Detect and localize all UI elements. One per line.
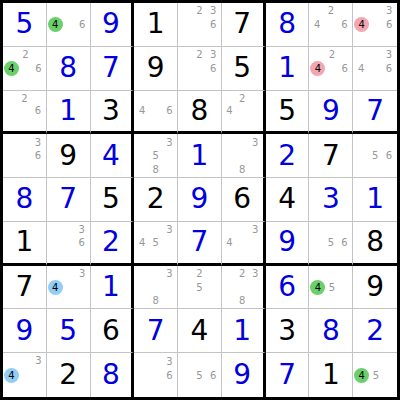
candidate-slot-9	[75, 249, 89, 262]
candidate-slot-8	[18, 117, 32, 130]
candidate-slot-7	[48, 295, 63, 308]
candidate-5: 5	[149, 236, 163, 249]
solved-digit: 1	[278, 54, 296, 82]
candidate-slot-1	[135, 223, 149, 236]
cell-r4c6[interactable]: 38	[222, 134, 266, 178]
candidate-slot-1	[223, 135, 236, 149]
candidate-6: 6	[338, 236, 352, 249]
candidate-4: 4	[310, 18, 324, 32]
solved-digit: 5	[59, 317, 77, 345]
given-digit: 1	[322, 361, 340, 389]
candidate-slot-4: 4	[354, 17, 369, 32]
candidate-6: 6	[382, 61, 396, 75]
candidate-6: 6	[75, 236, 89, 249]
candidate-slot-8	[368, 75, 382, 89]
given-digit: 2	[59, 361, 77, 389]
candidate-slot-9	[206, 75, 220, 89]
solved-digit: 9	[322, 97, 340, 125]
candidate-6: 6	[163, 104, 177, 117]
candidate-slot-2	[19, 354, 32, 367]
solved-digit: 2	[102, 228, 120, 256]
solved-digit: 9	[15, 317, 33, 345]
candidate-slot-2	[324, 223, 338, 236]
solved-digit: 3	[322, 185, 340, 213]
cell-r4c8[interactable]: 7	[309, 134, 353, 178]
cell-r2c4[interactable]: 9	[134, 47, 178, 91]
cell-r5c1[interactable]: 8	[3, 178, 47, 222]
candidate-slot-7	[354, 32, 369, 45]
cell-r8c3[interactable]: 6	[91, 309, 135, 353]
candidate-slot-8	[63, 295, 76, 308]
candidate-highlight-red[interactable]: 4	[310, 61, 325, 76]
candidate-slot-1	[48, 267, 63, 280]
candidate-slot-9	[32, 76, 45, 89]
candidate-slot-5	[149, 104, 163, 117]
candidate-5: 5	[368, 149, 382, 163]
cell-r8c2[interactable]: 5	[47, 309, 91, 353]
cell-r3c9[interactable]: 7	[353, 91, 397, 135]
solved-digit: 8	[322, 317, 340, 345]
given-digit: 7	[322, 142, 340, 170]
candidate-slot-1	[354, 354, 369, 367]
cell-r3c8[interactable]: 9	[309, 91, 353, 135]
candidate-2: 2	[325, 48, 338, 61]
solved-digit: 6	[278, 273, 296, 301]
candidate-slot-2	[369, 354, 382, 367]
candidate-grid: 45	[310, 267, 351, 308]
candidate-slot-8	[149, 249, 163, 262]
candidate-slot-3	[338, 223, 352, 236]
candidate-slot-4	[223, 149, 236, 163]
cell-r4c5[interactable]: 1	[178, 134, 222, 178]
cell-r1c7[interactable]: 8	[266, 3, 310, 47]
candidate-slot-9	[338, 295, 351, 308]
candidate-slot-8	[149, 382, 163, 396]
candidate-grid: 46	[135, 92, 176, 131]
candidate-slot-5	[18, 149, 32, 163]
candidate-slot-1	[4, 92, 18, 105]
candidate-slot-8	[193, 382, 207, 396]
candidate-slot-7	[135, 249, 149, 262]
candidate-3: 3	[32, 354, 45, 367]
cell-r3c2[interactable]: 1	[47, 91, 91, 135]
given-digit: 7	[15, 273, 33, 301]
candidate-slot-1	[135, 267, 149, 281]
candidate-slot-6	[32, 368, 45, 383]
candidate-slot-1	[179, 48, 193, 62]
cell-r7c5[interactable]: 25	[178, 266, 222, 310]
candidate-slot-9	[32, 383, 45, 396]
cell-r6c9[interactable]: 8	[353, 222, 397, 266]
cell-r6c2[interactable]: 36	[47, 222, 91, 266]
candidate-slot-7	[135, 294, 149, 308]
cell-r9c9[interactable]: 45	[353, 353, 397, 397]
cell-r4c3[interactable]: 4	[91, 134, 135, 178]
candidate-slot-4: 4	[310, 280, 325, 295]
cell-r8c8[interactable]: 8	[309, 309, 353, 353]
candidate-6: 6	[31, 104, 45, 117]
candidate-slot-8	[61, 249, 75, 262]
candidate-slot-2	[149, 267, 163, 281]
cell-r2c9[interactable]: 346	[353, 47, 397, 91]
cell-r1c5[interactable]: 236	[178, 3, 222, 47]
solved-digit: 7	[191, 228, 209, 256]
candidate-slot-4: 4	[310, 61, 325, 76]
cell-r7c4[interactable]: 38	[134, 266, 178, 310]
candidate-slot-9	[206, 31, 220, 45]
candidate-slot-1	[310, 48, 325, 61]
cell-r5c4[interactable]: 2	[134, 178, 178, 222]
candidate-slot-1	[310, 267, 325, 280]
cell-r6c7[interactable]: 9	[266, 222, 310, 266]
candidate-slot-7	[179, 382, 193, 396]
candidate-slot-5	[325, 61, 338, 76]
candidate-grid: 56	[354, 135, 396, 176]
candidate-slot-3	[206, 267, 220, 281]
candidate-slot-9	[382, 163, 396, 177]
candidate-grid: 36	[48, 223, 89, 262]
cell-r9c6[interactable]: 9	[222, 353, 266, 397]
candidate-3: 3	[76, 267, 89, 280]
cell-r7c9[interactable]: 9	[353, 266, 397, 310]
candidate-grid: 36	[135, 354, 176, 396]
candidate-slot-4	[179, 280, 193, 294]
candidate-slot-3	[76, 4, 89, 17]
candidate-3: 3	[206, 48, 220, 62]
candidate-6: 6	[383, 17, 396, 32]
candidate-slot-1	[135, 92, 149, 105]
candidate-slot-8	[63, 32, 76, 45]
candidate-slot-1	[4, 354, 19, 367]
candidate-3: 3	[31, 135, 45, 149]
cell-r9c5[interactable]: 56	[178, 353, 222, 397]
candidate-grid: 236	[179, 48, 220, 89]
cell-r9c7[interactable]: 7	[266, 353, 310, 397]
candidate-grid: 346	[354, 4, 396, 45]
candidate-4: 4	[135, 104, 149, 117]
candidate-6: 6	[206, 61, 220, 75]
candidate-slot-6	[383, 368, 396, 383]
cell-r3c5[interactable]: 8	[178, 91, 222, 135]
candidate-slot-9	[338, 31, 352, 45]
cell-r4c7[interactable]: 2	[266, 134, 310, 178]
cell-r6c8[interactable]: 56	[309, 222, 353, 266]
candidate-6: 6	[382, 149, 396, 163]
candidate-grid: 246	[310, 48, 351, 89]
cell-r9c1[interactable]: 34	[3, 353, 47, 397]
candidate-slot-2	[149, 135, 163, 149]
solved-digit: 7	[147, 317, 165, 345]
candidate-2: 2	[193, 4, 207, 18]
candidate-slot-8	[325, 76, 338, 89]
cell-r2c8[interactable]: 246	[309, 47, 353, 91]
solved-digit: 7	[366, 97, 384, 125]
cell-r2c6[interactable]: 5	[222, 47, 266, 91]
candidate-3: 3	[249, 223, 262, 236]
candidate-slot-1	[354, 135, 368, 149]
candidate-slot-1	[354, 4, 369, 17]
candidate-slot-5	[324, 18, 338, 32]
cell-r5c2[interactable]: 7	[47, 178, 91, 222]
candidate-slot-5	[19, 368, 32, 383]
candidate-6: 6	[31, 149, 45, 163]
candidate-slot-7	[310, 76, 325, 89]
candidate-2: 2	[193, 48, 207, 62]
given-digit: 5	[278, 97, 296, 125]
candidate-slot-1	[354, 48, 368, 62]
cell-r2c1[interactable]: 246	[3, 47, 47, 91]
candidate-grid: 238	[223, 267, 262, 308]
cell-r7c7[interactable]: 6	[266, 266, 310, 310]
cell-r3c4[interactable]: 46	[134, 91, 178, 135]
candidate-slot-9	[163, 163, 177, 177]
candidate-slot-6	[249, 236, 262, 249]
candidate-slot-4: 4	[354, 368, 369, 383]
candidate-slot-2	[63, 267, 76, 280]
candidate-slot-4	[179, 368, 193, 382]
candidate-grid: 26	[4, 92, 45, 131]
candidate-slot-9	[31, 163, 45, 177]
candidate-slot-6	[249, 280, 262, 294]
candidate-slot-2	[369, 4, 382, 17]
candidate-3: 3	[206, 4, 220, 18]
cell-r1c6[interactable]: 7	[222, 3, 266, 47]
candidate-highlight-blue[interactable]: 4	[4, 368, 19, 383]
candidate-8: 8	[149, 163, 163, 177]
solved-digit: 7	[102, 54, 120, 82]
solved-digit: 4	[102, 142, 120, 170]
candidate-slot-2	[236, 223, 249, 236]
cell-r6c3[interactable]: 2	[91, 222, 135, 266]
candidate-slot-9	[206, 382, 220, 396]
candidate-slot-7	[4, 383, 19, 396]
solved-digit: 8	[15, 185, 33, 213]
cell-r5c8[interactable]: 3	[309, 178, 353, 222]
cell-r1c8[interactable]: 246	[309, 3, 353, 47]
candidate-slot-5	[61, 236, 75, 249]
candidate-slot-7	[310, 295, 325, 308]
given-digit: 9	[366, 273, 384, 301]
cell-r6c4[interactable]: 345	[134, 222, 178, 266]
candidate-slot-7	[223, 294, 236, 308]
cell-r8c7[interactable]: 3	[266, 309, 310, 353]
candidate-highlight-green[interactable]: 4	[48, 17, 63, 32]
given-digit: 1	[15, 228, 33, 256]
cell-r5c9[interactable]: 1	[353, 178, 397, 222]
given-digit: 8	[191, 97, 209, 125]
candidate-slot-8	[193, 294, 207, 308]
cell-r9c8[interactable]: 1	[309, 353, 353, 397]
solved-digit: 2	[278, 142, 296, 170]
candidate-slot-3	[383, 354, 396, 367]
candidate-slot-9	[249, 249, 262, 262]
candidate-3: 3	[163, 223, 177, 236]
candidate-2: 2	[19, 48, 32, 61]
cell-r1c4[interactable]: 1	[134, 3, 178, 47]
given-digit: 4	[191, 317, 209, 345]
candidate-slot-7	[135, 117, 149, 130]
candidate-slot-7	[354, 75, 368, 89]
candidate-2: 2	[324, 4, 338, 18]
cell-r1c2[interactable]: 46	[47, 3, 91, 47]
cell-r5c3[interactable]: 5	[91, 178, 135, 222]
candidate-slot-7	[179, 75, 193, 89]
cell-r6c1[interactable]: 1	[3, 222, 47, 266]
solved-digit: 1	[366, 185, 384, 213]
candidate-8: 8	[236, 294, 249, 308]
solved-digit: 5	[15, 10, 33, 38]
candidate-slot-8	[19, 76, 32, 89]
solved-digit: 9	[233, 361, 251, 389]
cell-r2c2[interactable]: 8	[47, 47, 91, 91]
candidate-slot-7	[223, 249, 236, 262]
cell-r3c6[interactable]: 24	[222, 91, 266, 135]
cell-r5c6[interactable]: 6	[222, 178, 266, 222]
candidate-slot-8	[149, 117, 163, 130]
candidate-grid: 25	[179, 267, 220, 308]
cell-r2c5[interactable]: 236	[178, 47, 222, 91]
candidate-slot-4	[179, 18, 193, 32]
candidate-slot-5	[63, 17, 76, 32]
candidate-2: 2	[236, 267, 249, 281]
cell-r7c1[interactable]: 7	[3, 266, 47, 310]
candidate-slot-1	[48, 4, 63, 17]
cell-r7c3[interactable]: 1	[91, 266, 135, 310]
cell-r5c5[interactable]: 9	[178, 178, 222, 222]
cell-r7c2[interactable]: 34	[47, 266, 91, 310]
candidate-slot-5	[236, 149, 249, 163]
candidate-highlight-blue[interactable]: 4	[48, 280, 63, 295]
candidate-slot-3	[338, 267, 351, 280]
solved-digit: 7	[278, 361, 296, 389]
cell-r8c9[interactable]: 2	[353, 309, 397, 353]
candidate-8: 8	[236, 163, 249, 177]
cell-r8c5[interactable]: 4	[178, 309, 222, 353]
candidate-grid: 236	[179, 4, 220, 45]
candidate-slot-8	[369, 383, 382, 396]
candidate-slot-5	[236, 236, 249, 249]
candidate-highlight-green[interactable]: 4	[354, 368, 369, 383]
given-digit: 9	[59, 142, 77, 170]
cell-r1c3[interactable]: 9	[91, 3, 135, 47]
cell-r1c9[interactable]: 346	[353, 3, 397, 47]
cell-r3c7[interactable]: 5	[266, 91, 310, 135]
candidate-slot-9	[383, 383, 396, 396]
candidate-slot-3	[32, 48, 45, 61]
candidate-slot-6	[249, 104, 262, 117]
cell-r4c2[interactable]: 9	[47, 134, 91, 178]
candidate-slot-7	[354, 383, 369, 396]
candidate-slot-3	[206, 354, 220, 368]
candidate-slot-8	[193, 75, 207, 89]
cell-r1c1[interactable]: 5	[3, 3, 47, 47]
candidate-slot-4: 4	[48, 280, 63, 295]
candidate-slot-2	[63, 4, 76, 17]
candidate-slot-1	[179, 354, 193, 368]
candidate-slot-4: 4	[4, 61, 19, 76]
candidate-3: 3	[163, 135, 177, 149]
candidate-slot-5	[193, 18, 207, 32]
candidate-slot-4	[135, 149, 149, 163]
cell-r6c6[interactable]: 34	[222, 222, 266, 266]
cell-r7c6[interactable]: 238	[222, 266, 266, 310]
given-digit: 8	[366, 228, 384, 256]
candidate-slot-1	[223, 92, 236, 105]
candidate-slot-9	[383, 32, 396, 45]
cell-r2c3[interactable]: 7	[91, 47, 135, 91]
candidate-grid: 246	[4, 48, 45, 89]
candidate-grid: 36	[4, 135, 45, 176]
candidate-3: 3	[163, 267, 177, 281]
cell-r3c3[interactable]: 3	[91, 91, 135, 135]
candidate-highlight-green[interactable]: 4	[4, 61, 19, 76]
cell-r9c2[interactable]: 2	[47, 353, 91, 397]
given-digit: 6	[233, 185, 251, 213]
candidate-slot-9	[206, 294, 220, 308]
candidate-6: 6	[206, 18, 220, 32]
candidate-grid: 34	[223, 223, 262, 262]
candidate-2: 2	[193, 267, 207, 281]
cell-r4c1[interactable]: 36	[3, 134, 47, 178]
candidate-6: 6	[338, 18, 352, 32]
cell-r8c1[interactable]: 9	[3, 309, 47, 353]
candidate-slot-9	[338, 76, 351, 89]
candidate-3: 3	[249, 135, 262, 149]
candidate-slot-8	[236, 249, 249, 262]
cell-r3c1[interactable]: 26	[3, 91, 47, 135]
candidate-3: 3	[75, 223, 89, 236]
cell-r5c7[interactable]: 4	[266, 178, 310, 222]
candidate-6: 6	[163, 368, 177, 382]
candidate-slot-9	[31, 117, 45, 130]
candidate-slot-1	[179, 267, 193, 281]
cell-r9c3[interactable]: 8	[91, 353, 135, 397]
cell-r9c4[interactable]: 36	[134, 353, 178, 397]
given-digit: 2	[147, 185, 165, 213]
candidate-3: 3	[163, 354, 177, 368]
candidate-2: 2	[18, 92, 32, 105]
candidate-4: 4	[223, 104, 236, 117]
candidate-slot-5	[63, 280, 76, 295]
cell-r6c5[interactable]: 7	[178, 222, 222, 266]
candidate-highlight-green[interactable]: 4	[310, 280, 325, 295]
candidate-slot-8	[324, 31, 338, 45]
candidate-slot-1	[135, 135, 149, 149]
candidate-slot-5	[368, 61, 382, 75]
candidate-grid: 24	[223, 92, 262, 131]
cell-r7c8[interactable]: 45	[309, 266, 353, 310]
cell-r4c9[interactable]: 56	[353, 134, 397, 178]
candidate-6: 6	[76, 17, 89, 32]
cell-r2c7[interactable]: 1	[266, 47, 310, 91]
cell-r4c4[interactable]: 358	[134, 134, 178, 178]
candidate-slot-5	[18, 104, 32, 117]
candidate-highlight-red[interactable]: 4	[354, 17, 369, 32]
cell-r8c6[interactable]: 1	[222, 309, 266, 353]
given-digit: 1	[147, 10, 165, 38]
candidate-slot-2	[149, 354, 163, 368]
candidate-slot-2	[325, 267, 338, 280]
solved-digit: 2	[366, 317, 384, 345]
candidate-3: 3	[382, 48, 396, 62]
candidate-slot-7	[310, 31, 324, 45]
solved-digit: 9	[102, 10, 120, 38]
candidate-grid: 46	[48, 4, 89, 45]
candidate-slot-2	[368, 48, 382, 62]
cell-r8c4[interactable]: 7	[134, 309, 178, 353]
candidate-slot-6	[163, 280, 177, 294]
candidate-slot-2	[61, 223, 75, 236]
